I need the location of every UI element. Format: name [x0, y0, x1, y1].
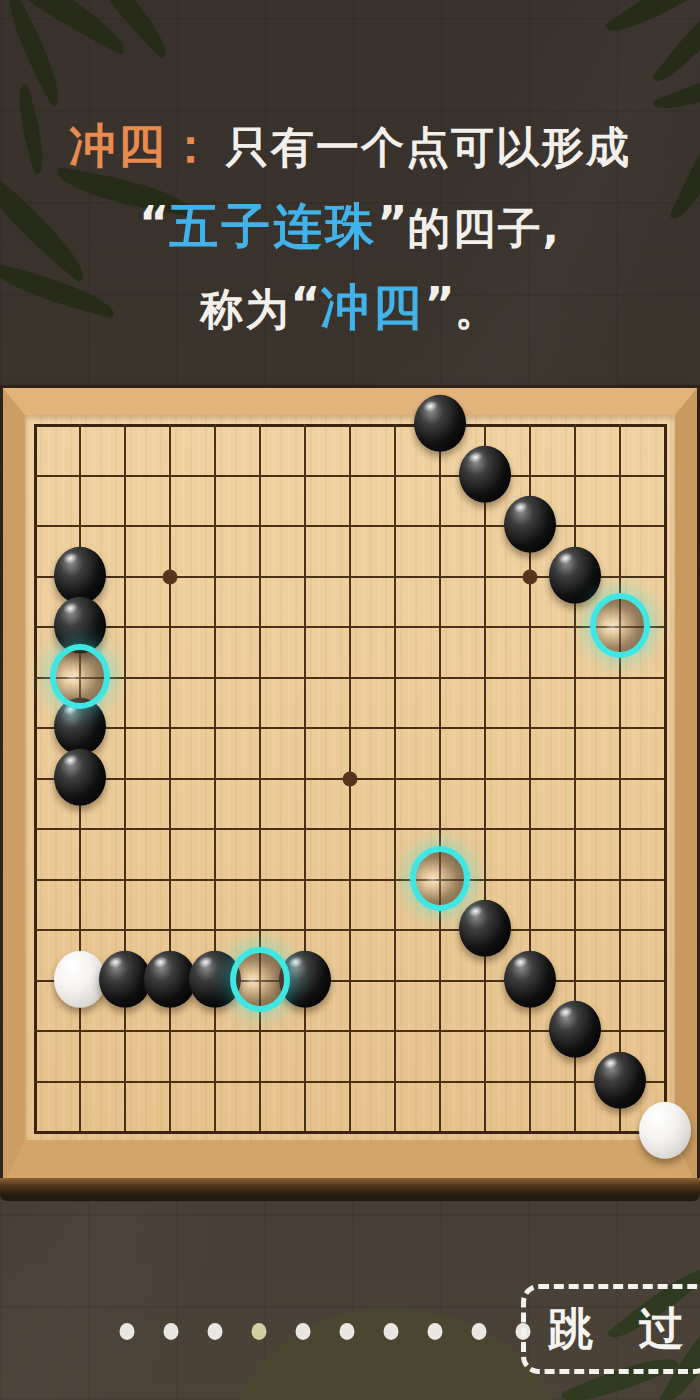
highlight-term: 冲四 [321, 279, 425, 336]
term-label: 冲四： [69, 118, 216, 173]
black-stone [459, 445, 511, 502]
board-front-edge [0, 1178, 700, 1201]
lesson-text: 冲四：只有一个点可以形成 “五子连珠”的四子, 称为“冲四”。 [0, 112, 700, 352]
winning-point-stone[interactable] [416, 851, 464, 904]
board-surface[interactable] [25, 415, 675, 1140]
grid-line [34, 879, 666, 881]
pagination-dot[interactable] [472, 1323, 487, 1340]
black-stone [504, 496, 556, 553]
gomoku-board[interactable] [3, 388, 697, 1185]
grid-line [34, 828, 666, 830]
star-point [523, 569, 538, 584]
black-stone [414, 395, 466, 452]
pagination-dot-active[interactable] [252, 1323, 267, 1340]
pagination-dot[interactable] [208, 1323, 223, 1340]
lesson-line-3: 称为“冲四”。 [0, 271, 700, 352]
grid-line [664, 424, 667, 1133]
pagination-dot[interactable] [384, 1323, 399, 1340]
pagination-dot[interactable] [120, 1323, 135, 1340]
white-stone [639, 1102, 691, 1159]
black-stone [54, 546, 106, 603]
winning-point-stone[interactable] [236, 952, 284, 1005]
black-stone [189, 950, 241, 1007]
pagination-dot[interactable] [296, 1323, 311, 1340]
hill-silhouette [232, 1308, 562, 1400]
grid-line [484, 424, 486, 1133]
tutorial-screen: 冲四：只有一个点可以形成 “五子连珠”的四子, 称为“冲四”。 跳 过 [0, 0, 700, 1400]
star-point [163, 569, 178, 584]
black-stone [54, 597, 106, 654]
pagination-dot[interactable] [164, 1323, 179, 1340]
black-stone [279, 950, 331, 1007]
pagination-dot[interactable] [340, 1323, 355, 1340]
lesson-line-1: 冲四：只有一个点可以形成 [0, 112, 700, 190]
black-stone [549, 1001, 601, 1058]
winning-point-stone[interactable] [56, 649, 104, 702]
grid-line [34, 1081, 666, 1083]
black-stone [459, 900, 511, 957]
black-stone [54, 748, 106, 805]
lesson-line-2: “五子连珠”的四子, [0, 190, 700, 271]
black-stone [504, 950, 556, 1007]
grid-line [619, 424, 621, 1133]
black-stone [594, 1051, 646, 1108]
grid-line [34, 1131, 666, 1134]
grid-line [34, 929, 666, 931]
winning-point-stone[interactable] [596, 599, 644, 652]
grid-line [394, 424, 396, 1133]
skip-button[interactable]: 跳 过 [521, 1284, 700, 1374]
black-stone [54, 698, 106, 755]
grid-line [439, 424, 441, 1133]
star-point [343, 771, 358, 786]
highlight-term: 五子连珠 [169, 198, 377, 255]
black-stone [549, 546, 601, 603]
pagination-dot[interactable] [428, 1323, 443, 1340]
